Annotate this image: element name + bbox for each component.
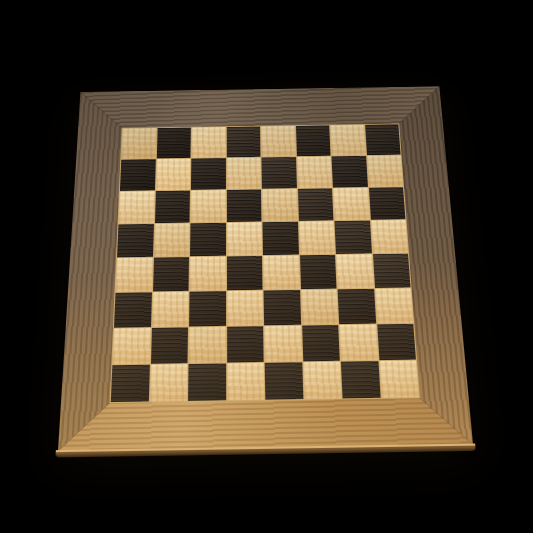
square-g4 [336, 254, 374, 288]
square-a2 [112, 328, 150, 364]
square-c4 [190, 257, 226, 291]
square-g3 [338, 289, 376, 324]
square-d6 [226, 189, 261, 221]
square-g7 [332, 156, 368, 188]
square-c1 [188, 364, 226, 401]
square-d4 [226, 256, 262, 290]
square-c2 [189, 327, 226, 363]
square-g6 [333, 188, 369, 220]
square-f1 [303, 362, 342, 399]
square-f5 [298, 221, 334, 254]
square-e7 [261, 157, 296, 189]
chess-board [58, 86, 473, 451]
square-d3 [227, 291, 264, 326]
board-front-edge [55, 444, 475, 458]
square-e5 [262, 222, 298, 255]
square-b7 [155, 159, 190, 191]
square-e2 [264, 326, 302, 362]
square-h2 [377, 324, 416, 360]
square-f6 [297, 188, 333, 220]
square-d1 [227, 363, 265, 400]
square-a6 [118, 191, 154, 223]
square-a3 [114, 292, 152, 327]
square-a7 [120, 159, 155, 191]
square-h4 [373, 254, 411, 288]
square-b1 [149, 364, 187, 401]
square-h7 [367, 155, 403, 187]
square-b6 [154, 191, 189, 223]
square-b8 [156, 128, 190, 159]
square-f3 [301, 289, 339, 324]
square-g8 [330, 125, 365, 156]
square-a5 [117, 224, 153, 257]
square-g5 [334, 221, 371, 254]
square-d8 [226, 127, 260, 158]
square-b3 [152, 292, 189, 327]
board-grid [110, 124, 420, 404]
square-e1 [265, 362, 303, 399]
square-h1 [379, 361, 419, 398]
square-f2 [302, 325, 340, 361]
square-a8 [121, 128, 156, 159]
square-e3 [264, 290, 301, 325]
square-a4 [116, 258, 153, 292]
square-h3 [375, 288, 414, 323]
square-h8 [365, 124, 401, 155]
square-b4 [153, 257, 189, 291]
square-h6 [368, 187, 405, 219]
square-h5 [370, 220, 407, 253]
square-c5 [190, 223, 225, 256]
square-g1 [341, 361, 380, 398]
board-frame-top [78, 86, 443, 128]
square-c6 [190, 190, 225, 222]
square-c8 [191, 127, 225, 158]
square-f4 [300, 255, 337, 289]
square-c7 [191, 158, 226, 190]
square-d7 [226, 158, 261, 190]
square-d5 [226, 222, 262, 255]
square-b2 [150, 327, 188, 363]
square-c3 [189, 291, 226, 326]
square-e8 [261, 126, 296, 157]
square-b5 [154, 223, 190, 256]
photo-background [0, 0, 533, 533]
square-f8 [296, 125, 331, 156]
square-d2 [227, 326, 264, 362]
square-f7 [296, 156, 331, 188]
square-e6 [262, 189, 298, 221]
square-a1 [111, 365, 150, 402]
square-g2 [339, 324, 378, 360]
board-frame-bottom [58, 397, 473, 451]
square-e4 [263, 255, 300, 289]
